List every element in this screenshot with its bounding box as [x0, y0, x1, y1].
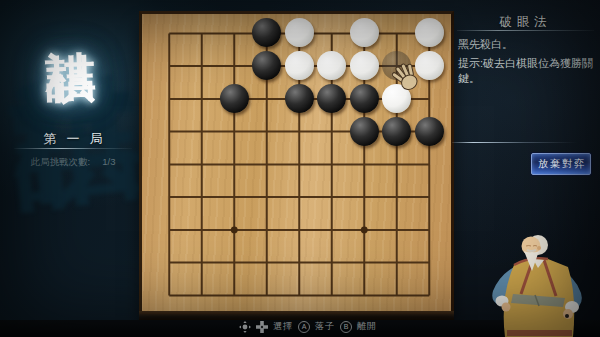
resign-button[interactable]: 放棄對弈 [531, 153, 591, 175]
stone-black[interactable] [317, 84, 346, 113]
a-button-icon: A [298, 321, 310, 333]
dpad-icon [256, 321, 268, 333]
round-label: 第一局 [0, 130, 146, 148]
attempts-counter: 此局挑戰次數: 1/3 [0, 156, 146, 169]
puzzle-title: 破眼法 [452, 14, 594, 31]
stone-black[interactable] [252, 18, 281, 47]
go-board[interactable] [139, 11, 454, 314]
puzzle-title-underline [457, 30, 594, 31]
stone-white[interactable] [285, 18, 314, 47]
left-divider [14, 148, 132, 149]
attempts-label: 此局挑戰次數: [31, 156, 91, 169]
stone-black[interactable] [285, 84, 314, 113]
attempts-value: 1/3 [102, 156, 115, 169]
puzzle-task-text: 黑先殺白。 [458, 37, 513, 52]
stone-black[interactable] [252, 51, 281, 80]
stone-white[interactable] [350, 18, 379, 47]
left-stick-icon [239, 321, 251, 333]
elder-npc-character [480, 234, 600, 337]
stone-black[interactable] [220, 84, 249, 113]
stone-black[interactable] [382, 117, 411, 146]
button-divider [452, 142, 584, 143]
puzzle-hint-text: 提示:破去白棋眼位為獲勝關鍵。 [458, 56, 598, 86]
stone-black[interactable] [350, 84, 379, 113]
b-button-icon: B [340, 321, 352, 333]
stone-black[interactable] [415, 117, 444, 146]
stone-white[interactable] [415, 18, 444, 47]
place-stone-hint-label: 落子 [315, 320, 335, 333]
leave-hint-label: 離開 [357, 320, 377, 333]
stone-white[interactable] [285, 51, 314, 80]
controls-hint-bar: 選擇 A 落子 B 離開 [239, 320, 377, 333]
select-hint-label: 選擇 [273, 320, 293, 333]
stone-white[interactable] [350, 51, 379, 80]
stone-white[interactable] [317, 51, 346, 80]
stone-black[interactable] [350, 117, 379, 146]
